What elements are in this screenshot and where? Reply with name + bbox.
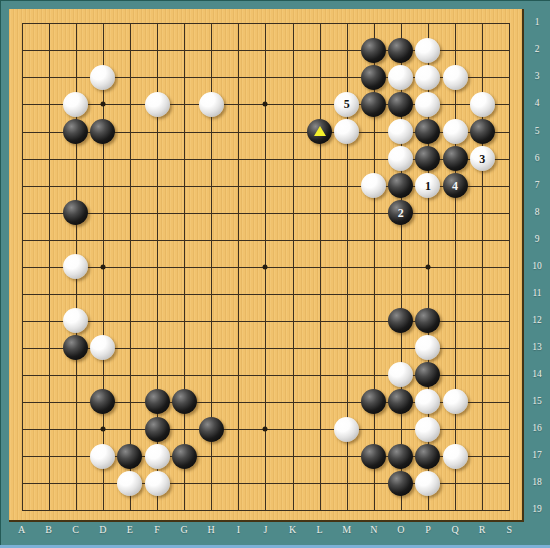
intersection-E18[interactable] <box>116 470 143 497</box>
intersection-R15[interactable] <box>469 388 496 415</box>
intersection-C13[interactable] <box>62 334 89 361</box>
intersection-L13[interactable] <box>306 334 333 361</box>
intersection-G5[interactable] <box>171 118 198 145</box>
intersection-Q18[interactable] <box>442 470 469 497</box>
intersection-S17[interactable] <box>496 443 523 470</box>
intersection-N14[interactable] <box>360 361 387 388</box>
intersection-D12[interactable] <box>89 307 116 334</box>
intersection-J17[interactable] <box>252 443 279 470</box>
intersection-A2[interactable] <box>8 37 35 64</box>
intersection-D5[interactable] <box>89 118 116 145</box>
intersection-E12[interactable] <box>116 307 143 334</box>
intersection-O1[interactable] <box>387 10 414 37</box>
intersection-A14[interactable] <box>8 361 35 388</box>
intersection-S18[interactable] <box>496 470 523 497</box>
intersection-M15[interactable] <box>333 388 360 415</box>
intersection-C6[interactable] <box>62 145 89 172</box>
intersection-A16[interactable] <box>8 416 35 443</box>
intersection-G14[interactable] <box>171 361 198 388</box>
intersection-K2[interactable] <box>279 37 306 64</box>
intersection-D8[interactable] <box>89 199 116 226</box>
intersection-N6[interactable] <box>360 145 387 172</box>
intersection-L15[interactable] <box>306 388 333 415</box>
intersection-B11[interactable] <box>35 280 62 307</box>
intersection-F14[interactable] <box>143 361 170 388</box>
intersection-F7[interactable] <box>143 172 170 199</box>
intersection-N13[interactable] <box>360 334 387 361</box>
intersection-K9[interactable] <box>279 226 306 253</box>
intersection-N19[interactable] <box>360 497 387 524</box>
intersection-S6[interactable] <box>496 145 523 172</box>
intersection-R6[interactable]: 3 <box>469 145 496 172</box>
intersection-M16[interactable] <box>333 416 360 443</box>
intersection-Q7[interactable]: 4 <box>442 172 469 199</box>
intersection-M2[interactable] <box>333 37 360 64</box>
intersection-H5[interactable] <box>198 118 225 145</box>
intersection-G7[interactable] <box>171 172 198 199</box>
intersection-K7[interactable] <box>279 172 306 199</box>
intersection-J19[interactable] <box>252 497 279 524</box>
intersection-E19[interactable] <box>116 497 143 524</box>
intersection-R18[interactable] <box>469 470 496 497</box>
intersection-C4[interactable] <box>62 91 89 118</box>
intersection-R13[interactable] <box>469 334 496 361</box>
intersection-G11[interactable] <box>171 280 198 307</box>
intersection-M3[interactable] <box>333 64 360 91</box>
intersection-I11[interactable] <box>225 280 252 307</box>
intersection-G19[interactable] <box>171 497 198 524</box>
intersection-J15[interactable] <box>252 388 279 415</box>
intersection-O17[interactable] <box>387 443 414 470</box>
intersection-F12[interactable] <box>143 307 170 334</box>
intersection-N7[interactable] <box>360 172 387 199</box>
intersection-O2[interactable] <box>387 37 414 64</box>
intersection-I7[interactable] <box>225 172 252 199</box>
intersection-J10[interactable] <box>252 253 279 280</box>
intersection-P4[interactable] <box>414 91 441 118</box>
intersection-R10[interactable] <box>469 253 496 280</box>
intersection-I3[interactable] <box>225 64 252 91</box>
intersection-B16[interactable] <box>35 416 62 443</box>
intersection-A18[interactable] <box>8 470 35 497</box>
intersection-L2[interactable] <box>306 37 333 64</box>
intersection-S9[interactable] <box>496 226 523 253</box>
intersection-B1[interactable] <box>35 10 62 37</box>
intersection-O10[interactable] <box>387 253 414 280</box>
intersection-C2[interactable] <box>62 37 89 64</box>
intersection-J1[interactable] <box>252 10 279 37</box>
intersection-G9[interactable] <box>171 226 198 253</box>
intersection-N10[interactable] <box>360 253 387 280</box>
intersection-C5[interactable] <box>62 118 89 145</box>
intersection-D1[interactable] <box>89 10 116 37</box>
intersection-Q6[interactable] <box>442 145 469 172</box>
intersection-B17[interactable] <box>35 443 62 470</box>
intersection-G6[interactable] <box>171 145 198 172</box>
intersection-Q10[interactable] <box>442 253 469 280</box>
intersection-O8[interactable]: 2 <box>387 199 414 226</box>
intersection-R7[interactable] <box>469 172 496 199</box>
intersection-C9[interactable] <box>62 226 89 253</box>
intersection-M7[interactable] <box>333 172 360 199</box>
intersection-C7[interactable] <box>62 172 89 199</box>
intersection-C14[interactable] <box>62 361 89 388</box>
intersection-B18[interactable] <box>35 470 62 497</box>
intersection-Q4[interactable] <box>442 91 469 118</box>
intersection-O9[interactable] <box>387 226 414 253</box>
intersection-R14[interactable] <box>469 361 496 388</box>
intersection-H1[interactable] <box>198 10 225 37</box>
intersection-I5[interactable] <box>225 118 252 145</box>
intersection-P18[interactable] <box>414 470 441 497</box>
intersection-M6[interactable] <box>333 145 360 172</box>
intersection-F9[interactable] <box>143 226 170 253</box>
intersection-E9[interactable] <box>116 226 143 253</box>
intersection-C17[interactable] <box>62 443 89 470</box>
intersection-P6[interactable] <box>414 145 441 172</box>
intersection-K18[interactable] <box>279 470 306 497</box>
intersection-E5[interactable] <box>116 118 143 145</box>
intersection-D6[interactable] <box>89 145 116 172</box>
intersection-L3[interactable] <box>306 64 333 91</box>
intersection-S19[interactable] <box>496 497 523 524</box>
intersection-L1[interactable] <box>306 10 333 37</box>
intersection-S12[interactable] <box>496 307 523 334</box>
intersection-H9[interactable] <box>198 226 225 253</box>
intersection-M9[interactable] <box>333 226 360 253</box>
intersection-L14[interactable] <box>306 361 333 388</box>
intersection-F18[interactable] <box>143 470 170 497</box>
intersection-K6[interactable] <box>279 145 306 172</box>
intersection-S13[interactable] <box>496 334 523 361</box>
intersection-E16[interactable] <box>116 416 143 443</box>
intersection-N8[interactable] <box>360 199 387 226</box>
intersection-C3[interactable] <box>62 64 89 91</box>
intersection-A19[interactable] <box>8 497 35 524</box>
intersection-N2[interactable] <box>360 37 387 64</box>
intersection-C12[interactable] <box>62 307 89 334</box>
intersection-D9[interactable] <box>89 226 116 253</box>
intersection-O14[interactable] <box>387 361 414 388</box>
intersection-R11[interactable] <box>469 280 496 307</box>
intersection-B15[interactable] <box>35 388 62 415</box>
intersection-A1[interactable] <box>8 10 35 37</box>
intersection-F17[interactable] <box>143 443 170 470</box>
intersection-S10[interactable] <box>496 253 523 280</box>
intersection-H10[interactable] <box>198 253 225 280</box>
intersection-J18[interactable] <box>252 470 279 497</box>
intersection-G17[interactable] <box>171 443 198 470</box>
intersection-N16[interactable] <box>360 416 387 443</box>
intersection-L7[interactable] <box>306 172 333 199</box>
intersection-I12[interactable] <box>225 307 252 334</box>
intersection-P2[interactable] <box>414 37 441 64</box>
intersection-O4[interactable] <box>387 91 414 118</box>
intersection-K14[interactable] <box>279 361 306 388</box>
intersection-A6[interactable] <box>8 145 35 172</box>
intersection-D7[interactable] <box>89 172 116 199</box>
intersection-J9[interactable] <box>252 226 279 253</box>
intersection-I14[interactable] <box>225 361 252 388</box>
intersection-K16[interactable] <box>279 416 306 443</box>
intersection-A13[interactable] <box>8 334 35 361</box>
intersection-K17[interactable] <box>279 443 306 470</box>
intersection-P8[interactable] <box>414 199 441 226</box>
intersection-P13[interactable] <box>414 334 441 361</box>
intersection-L8[interactable] <box>306 199 333 226</box>
intersection-M14[interactable] <box>333 361 360 388</box>
intersection-E7[interactable] <box>116 172 143 199</box>
intersection-D18[interactable] <box>89 470 116 497</box>
intersection-J5[interactable] <box>252 118 279 145</box>
intersection-M19[interactable] <box>333 497 360 524</box>
intersection-H8[interactable] <box>198 199 225 226</box>
intersection-N18[interactable] <box>360 470 387 497</box>
intersection-S2[interactable] <box>496 37 523 64</box>
intersection-D13[interactable] <box>89 334 116 361</box>
intersection-C15[interactable] <box>62 388 89 415</box>
intersection-M17[interactable] <box>333 443 360 470</box>
intersection-I17[interactable] <box>225 443 252 470</box>
intersection-J3[interactable] <box>252 64 279 91</box>
intersection-Q16[interactable] <box>442 416 469 443</box>
intersection-K3[interactable] <box>279 64 306 91</box>
intersection-L18[interactable] <box>306 470 333 497</box>
intersection-P16[interactable] <box>414 416 441 443</box>
intersection-F10[interactable] <box>143 253 170 280</box>
intersection-M12[interactable] <box>333 307 360 334</box>
intersection-F5[interactable] <box>143 118 170 145</box>
intersection-D19[interactable] <box>89 497 116 524</box>
intersection-C16[interactable] <box>62 416 89 443</box>
intersection-Q14[interactable] <box>442 361 469 388</box>
intersection-O15[interactable] <box>387 388 414 415</box>
intersection-E4[interactable] <box>116 91 143 118</box>
intersection-N12[interactable] <box>360 307 387 334</box>
intersection-E14[interactable] <box>116 361 143 388</box>
intersection-G15[interactable] <box>171 388 198 415</box>
intersection-C11[interactable] <box>62 280 89 307</box>
intersection-B2[interactable] <box>35 37 62 64</box>
intersection-H6[interactable] <box>198 145 225 172</box>
intersection-N17[interactable] <box>360 443 387 470</box>
intersection-M5[interactable] <box>333 118 360 145</box>
intersection-C8[interactable] <box>62 199 89 226</box>
intersection-P14[interactable] <box>414 361 441 388</box>
intersection-A5[interactable] <box>8 118 35 145</box>
intersection-Q8[interactable] <box>442 199 469 226</box>
intersection-S4[interactable] <box>496 91 523 118</box>
intersection-R5[interactable] <box>469 118 496 145</box>
intersection-C19[interactable] <box>62 497 89 524</box>
intersection-F16[interactable] <box>143 416 170 443</box>
intersection-H4[interactable] <box>198 91 225 118</box>
intersection-G4[interactable] <box>171 91 198 118</box>
intersection-G13[interactable] <box>171 334 198 361</box>
intersection-L10[interactable] <box>306 253 333 280</box>
intersection-M18[interactable] <box>333 470 360 497</box>
intersection-J11[interactable] <box>252 280 279 307</box>
intersection-O5[interactable] <box>387 118 414 145</box>
intersection-Q11[interactable] <box>442 280 469 307</box>
intersection-S16[interactable] <box>496 416 523 443</box>
intersection-Q15[interactable] <box>442 388 469 415</box>
intersection-P19[interactable] <box>414 497 441 524</box>
intersection-Q9[interactable] <box>442 226 469 253</box>
intersection-R19[interactable] <box>469 497 496 524</box>
intersection-C18[interactable] <box>62 470 89 497</box>
intersection-R4[interactable] <box>469 91 496 118</box>
intersection-B9[interactable] <box>35 226 62 253</box>
intersection-L9[interactable] <box>306 226 333 253</box>
intersection-I13[interactable] <box>225 334 252 361</box>
intersection-G16[interactable] <box>171 416 198 443</box>
intersection-L16[interactable] <box>306 416 333 443</box>
intersection-H7[interactable] <box>198 172 225 199</box>
intersection-A15[interactable] <box>8 388 35 415</box>
intersection-G3[interactable] <box>171 64 198 91</box>
intersection-A11[interactable] <box>8 280 35 307</box>
intersection-F15[interactable] <box>143 388 170 415</box>
intersection-B14[interactable] <box>35 361 62 388</box>
intersection-G8[interactable] <box>171 199 198 226</box>
intersection-N11[interactable] <box>360 280 387 307</box>
intersection-R12[interactable] <box>469 307 496 334</box>
intersection-D16[interactable] <box>89 416 116 443</box>
intersection-F13[interactable] <box>143 334 170 361</box>
intersection-Q12[interactable] <box>442 307 469 334</box>
intersection-S5[interactable] <box>496 118 523 145</box>
intersection-H2[interactable] <box>198 37 225 64</box>
intersection-P15[interactable] <box>414 388 441 415</box>
intersection-B8[interactable] <box>35 199 62 226</box>
intersection-R16[interactable] <box>469 416 496 443</box>
intersection-F6[interactable] <box>143 145 170 172</box>
intersection-P3[interactable] <box>414 64 441 91</box>
intersection-F1[interactable] <box>143 10 170 37</box>
intersection-M13[interactable] <box>333 334 360 361</box>
intersection-M1[interactable] <box>333 10 360 37</box>
intersection-D2[interactable] <box>89 37 116 64</box>
intersection-K1[interactable] <box>279 10 306 37</box>
intersection-K8[interactable] <box>279 199 306 226</box>
intersection-N9[interactable] <box>360 226 387 253</box>
intersection-I2[interactable] <box>225 37 252 64</box>
intersection-A12[interactable] <box>8 307 35 334</box>
intersection-Q5[interactable] <box>442 118 469 145</box>
intersection-J8[interactable] <box>252 199 279 226</box>
intersection-D17[interactable] <box>89 443 116 470</box>
intersection-L4[interactable] <box>306 91 333 118</box>
intersection-N5[interactable] <box>360 118 387 145</box>
intersection-P7[interactable]: 1 <box>414 172 441 199</box>
intersection-K11[interactable] <box>279 280 306 307</box>
intersection-B10[interactable] <box>35 253 62 280</box>
intersection-P10[interactable] <box>414 253 441 280</box>
intersection-A9[interactable] <box>8 226 35 253</box>
intersection-A3[interactable] <box>8 64 35 91</box>
intersection-A17[interactable] <box>8 443 35 470</box>
intersection-F2[interactable] <box>143 37 170 64</box>
intersection-J7[interactable] <box>252 172 279 199</box>
intersection-C10[interactable] <box>62 253 89 280</box>
intersection-J16[interactable] <box>252 416 279 443</box>
intersection-R9[interactable] <box>469 226 496 253</box>
intersection-N1[interactable] <box>360 10 387 37</box>
intersection-P12[interactable] <box>414 307 441 334</box>
intersection-J14[interactable] <box>252 361 279 388</box>
intersection-P9[interactable] <box>414 226 441 253</box>
intersection-F8[interactable] <box>143 199 170 226</box>
intersection-O19[interactable] <box>387 497 414 524</box>
intersection-H11[interactable] <box>198 280 225 307</box>
intersection-Q19[interactable] <box>442 497 469 524</box>
intersection-P11[interactable] <box>414 280 441 307</box>
intersection-I1[interactable] <box>225 10 252 37</box>
intersection-O7[interactable] <box>387 172 414 199</box>
intersection-J6[interactable] <box>252 145 279 172</box>
intersection-I16[interactable] <box>225 416 252 443</box>
intersection-S11[interactable] <box>496 280 523 307</box>
intersection-K15[interactable] <box>279 388 306 415</box>
intersection-F11[interactable] <box>143 280 170 307</box>
intersection-A4[interactable] <box>8 91 35 118</box>
intersection-A10[interactable] <box>8 253 35 280</box>
intersection-Q3[interactable] <box>442 64 469 91</box>
intersection-E15[interactable] <box>116 388 143 415</box>
intersection-O18[interactable] <box>387 470 414 497</box>
intersection-B4[interactable] <box>35 91 62 118</box>
intersection-L5[interactable] <box>306 118 333 145</box>
intersection-D11[interactable] <box>89 280 116 307</box>
intersection-J4[interactable] <box>252 91 279 118</box>
intersection-E17[interactable] <box>116 443 143 470</box>
intersection-K12[interactable] <box>279 307 306 334</box>
intersection-M10[interactable] <box>333 253 360 280</box>
intersection-N4[interactable] <box>360 91 387 118</box>
intersection-B6[interactable] <box>35 145 62 172</box>
intersection-B3[interactable] <box>35 64 62 91</box>
intersection-H16[interactable] <box>198 416 225 443</box>
intersection-H3[interactable] <box>198 64 225 91</box>
intersection-I10[interactable] <box>225 253 252 280</box>
intersection-E13[interactable] <box>116 334 143 361</box>
intersection-B19[interactable] <box>35 497 62 524</box>
intersection-Q17[interactable] <box>442 443 469 470</box>
intersection-D14[interactable] <box>89 361 116 388</box>
intersection-B12[interactable] <box>35 307 62 334</box>
intersection-I19[interactable] <box>225 497 252 524</box>
intersection-L19[interactable] <box>306 497 333 524</box>
intersection-B13[interactable] <box>35 334 62 361</box>
intersection-G10[interactable] <box>171 253 198 280</box>
intersection-Q1[interactable] <box>442 10 469 37</box>
intersection-O13[interactable] <box>387 334 414 361</box>
intersection-L11[interactable] <box>306 280 333 307</box>
intersection-S8[interactable] <box>496 199 523 226</box>
intersection-I15[interactable] <box>225 388 252 415</box>
intersection-P5[interactable] <box>414 118 441 145</box>
intersection-D15[interactable] <box>89 388 116 415</box>
intersection-E1[interactable] <box>116 10 143 37</box>
intersection-H17[interactable] <box>198 443 225 470</box>
intersection-F19[interactable] <box>143 497 170 524</box>
intersection-R17[interactable] <box>469 443 496 470</box>
intersection-E3[interactable] <box>116 64 143 91</box>
intersection-O12[interactable] <box>387 307 414 334</box>
intersection-H12[interactable] <box>198 307 225 334</box>
intersection-G18[interactable] <box>171 470 198 497</box>
